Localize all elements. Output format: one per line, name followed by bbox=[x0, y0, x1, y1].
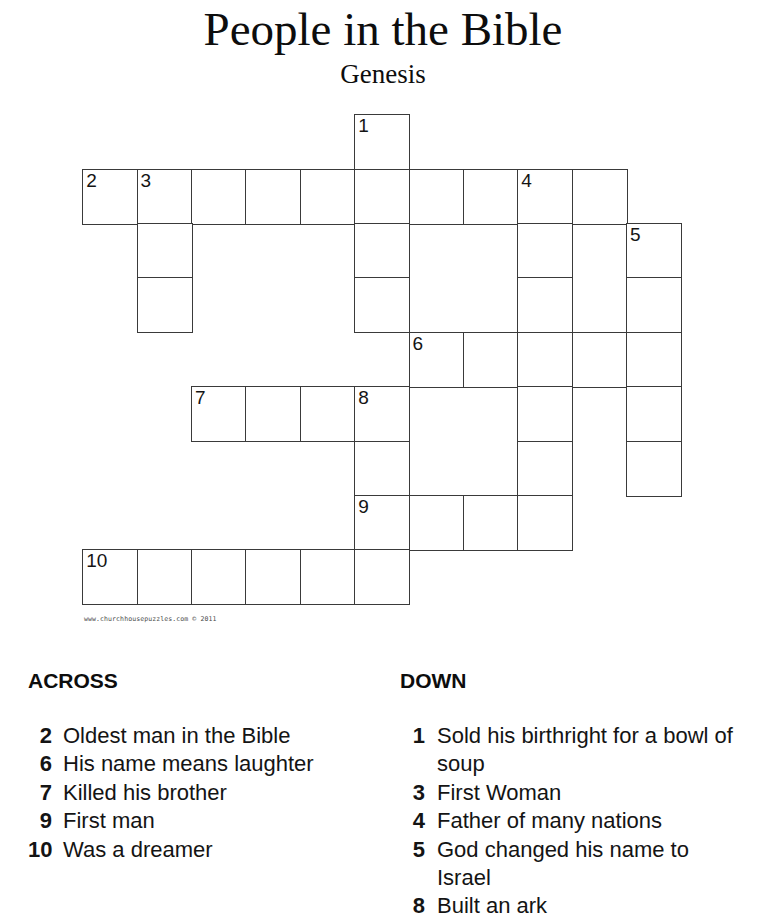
grid-clue-number-4: 4 bbox=[521, 171, 532, 190]
grid-cell-r7c5[interactable]: 9 bbox=[354, 495, 410, 551]
clue-number: 2 bbox=[28, 722, 52, 750]
grid-cell-r1c4[interactable] bbox=[300, 169, 356, 225]
page-subtitle: Genesis bbox=[0, 61, 766, 88]
down-clue-1: 1Sold his birthright for a bowl of soup bbox=[400, 722, 733, 779]
down-clue-8: 8Built an ark bbox=[400, 892, 733, 920]
across-clue-list: 2Oldest man in the Bible6His name means … bbox=[28, 722, 314, 864]
grid-clue-number-6: 6 bbox=[413, 334, 424, 353]
grid-cell-r1c0[interactable]: 2 bbox=[82, 169, 138, 225]
clue-text: His name means laughter bbox=[63, 750, 314, 778]
grid-cell-r8c4[interactable] bbox=[300, 549, 356, 605]
grid-clue-number-1: 1 bbox=[358, 116, 369, 135]
page-title: People in the Bible bbox=[0, 6, 766, 53]
grid-cell-r1c8[interactable]: 4 bbox=[517, 169, 573, 225]
across-heading: ACROSS bbox=[28, 670, 118, 691]
clue-text: Built an ark bbox=[437, 892, 547, 920]
grid-cell-r1c2[interactable] bbox=[191, 169, 247, 225]
grid-cell-r8c5[interactable] bbox=[354, 549, 410, 605]
grid-cell-r1c9[interactable] bbox=[572, 169, 628, 225]
grid-cell-r0c5[interactable]: 1 bbox=[354, 114, 410, 170]
across-clue-7: 7Killed his brother bbox=[28, 779, 314, 807]
grid-cell-r6c8[interactable] bbox=[517, 441, 573, 497]
clue-number: 9 bbox=[28, 807, 52, 835]
down-clue-5: 5God changed his name to Israel bbox=[400, 836, 733, 893]
grid-cell-r2c5[interactable] bbox=[354, 223, 410, 279]
grid-cell-r5c10[interactable] bbox=[626, 386, 682, 442]
grid-cell-r3c5[interactable] bbox=[354, 277, 410, 333]
grid-clue-number-8: 8 bbox=[358, 388, 369, 407]
clue-text: God changed his name to Israel bbox=[437, 836, 689, 893]
grid-cell-r5c3[interactable] bbox=[245, 386, 301, 442]
grid-cell-r3c10[interactable] bbox=[626, 277, 682, 333]
grid-cell-r4c7[interactable] bbox=[463, 332, 519, 388]
across-clue-6: 6His name means laughter bbox=[28, 750, 314, 778]
grid-clue-number-5: 5 bbox=[630, 225, 641, 244]
grid-clue-number-7: 7 bbox=[195, 388, 206, 407]
clue-text: Oldest man in the Bible bbox=[63, 722, 290, 750]
grid-cell-r8c2[interactable] bbox=[191, 549, 247, 605]
crossword-grid: 12345678910 bbox=[83, 115, 681, 605]
grid-cell-r7c6[interactable] bbox=[409, 495, 465, 551]
grid-cell-r2c1[interactable] bbox=[137, 223, 193, 279]
grid-cell-r6c10[interactable] bbox=[626, 441, 682, 497]
clue-number: 6 bbox=[28, 750, 52, 778]
clue-text: First Woman bbox=[437, 779, 561, 807]
down-clue-3: 3First Woman bbox=[400, 779, 733, 807]
grid-clue-number-9: 9 bbox=[358, 497, 369, 516]
copyright-text: www.churchhousepuzzles.com © 2011 bbox=[84, 615, 216, 623]
grid-cell-r1c1[interactable]: 3 bbox=[137, 169, 193, 225]
clue-number: 4 bbox=[400, 807, 425, 835]
grid-cell-r1c5[interactable] bbox=[354, 169, 410, 225]
grid-cell-r4c6[interactable]: 6 bbox=[409, 332, 465, 388]
clue-text: First man bbox=[63, 807, 155, 835]
grid-cell-r5c4[interactable] bbox=[300, 386, 356, 442]
grid-cell-r1c3[interactable] bbox=[245, 169, 301, 225]
grid-cell-r1c6[interactable] bbox=[409, 169, 465, 225]
grid-cell-r5c5[interactable]: 8 bbox=[354, 386, 410, 442]
grid-cell-r2c10[interactable]: 5 bbox=[626, 223, 682, 279]
across-clue-10: 10Was a dreamer bbox=[28, 836, 314, 864]
grid-cell-r5c8[interactable] bbox=[517, 386, 573, 442]
clue-number: 5 bbox=[400, 836, 425, 893]
across-clue-2: 2Oldest man in the Bible bbox=[28, 722, 314, 750]
grid-cell-r8c3[interactable] bbox=[245, 549, 301, 605]
grid-clue-number-10: 10 bbox=[86, 551, 107, 570]
grid-cell-r7c7[interactable] bbox=[463, 495, 519, 551]
clue-text: Was a dreamer bbox=[63, 836, 213, 864]
grid-cell-r7c8[interactable] bbox=[517, 495, 573, 551]
clue-number: 10 bbox=[28, 836, 52, 864]
down-clue-4: 4Father of many nations bbox=[400, 807, 733, 835]
grid-cell-r4c9[interactable] bbox=[572, 332, 628, 388]
down-heading: DOWN bbox=[400, 670, 467, 691]
across-clue-9: 9First man bbox=[28, 807, 314, 835]
grid-cell-r8c0[interactable]: 10 bbox=[82, 549, 138, 605]
grid-cell-r2c8[interactable] bbox=[517, 223, 573, 279]
clue-text: Killed his brother bbox=[63, 779, 227, 807]
grid-cell-r1c7[interactable] bbox=[463, 169, 519, 225]
clue-text: Sold his birthright for a bowl of soup bbox=[437, 722, 733, 779]
grid-clue-number-2: 2 bbox=[86, 171, 97, 190]
grid-cell-r5c2[interactable]: 7 bbox=[191, 386, 247, 442]
clue-text: Father of many nations bbox=[437, 807, 662, 835]
clue-number: 1 bbox=[400, 722, 425, 779]
grid-cell-r8c1[interactable] bbox=[137, 549, 193, 605]
clue-number: 3 bbox=[400, 779, 425, 807]
grid-clue-number-3: 3 bbox=[141, 171, 152, 190]
grid-cell-r6c5[interactable] bbox=[354, 441, 410, 497]
grid-cell-r3c1[interactable] bbox=[137, 277, 193, 333]
clue-number: 7 bbox=[28, 779, 52, 807]
clue-number: 8 bbox=[400, 892, 425, 920]
down-clue-list: 1Sold his birthright for a bowl of soup3… bbox=[400, 722, 733, 921]
grid-cell-r4c8[interactable] bbox=[517, 332, 573, 388]
grid-cell-r3c8[interactable] bbox=[517, 277, 573, 333]
grid-cell-r4c10[interactable] bbox=[626, 332, 682, 388]
